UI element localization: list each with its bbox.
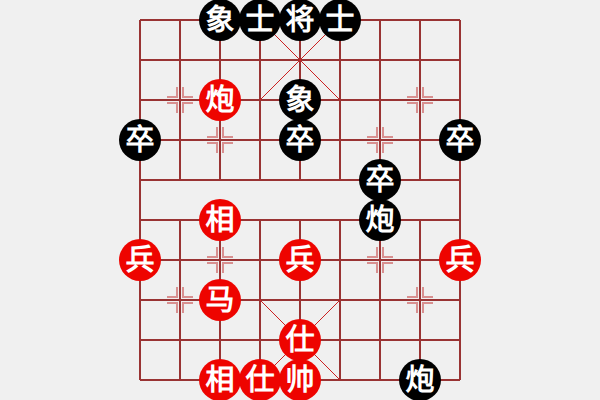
piece-red-advisor[interactable]: 仕 <box>239 359 281 400</box>
piece-red-cannon[interactable]: 炮 <box>199 79 241 121</box>
point-marker-corner <box>407 87 418 98</box>
piece-glyph: 象 <box>205 6 234 35</box>
point-marker-corner <box>207 127 218 138</box>
piece-black-advisor[interactable]: 士 <box>319 0 361 41</box>
piece-glyph: 卒 <box>445 126 474 155</box>
point-marker <box>407 87 433 113</box>
piece-glyph: 将 <box>285 6 314 35</box>
piece-glyph: 相 <box>205 366 234 395</box>
xiangqi-board: 象士将士炮象卒卒卒卒相炮兵兵兵马仕相仕帅炮 <box>140 20 460 380</box>
piece-glyph: 士 <box>325 6 354 35</box>
point-marker <box>207 247 233 273</box>
piece-glyph: 卒 <box>285 126 314 155</box>
piece-red-pawn[interactable]: 兵 <box>279 239 321 281</box>
point-marker-corner <box>407 102 418 113</box>
piece-red-elephant[interactable]: 相 <box>199 359 241 400</box>
piece-glyph: 相 <box>205 206 234 235</box>
piece-glyph: 士 <box>245 6 274 35</box>
point-marker <box>167 287 193 313</box>
page-background: 象士将士炮象卒卒卒卒相炮兵兵兵马仕相仕帅炮 <box>0 0 600 400</box>
point-marker-corner <box>207 262 218 273</box>
point-marker-corner <box>222 247 233 258</box>
piece-black-cannon[interactable]: 炮 <box>359 199 401 241</box>
piece-red-general[interactable]: 帅 <box>279 359 321 400</box>
point-marker-corner <box>407 302 418 313</box>
piece-glyph: 象 <box>285 86 314 115</box>
piece-glyph: 帅 <box>285 366 314 395</box>
point-marker-corner <box>382 142 393 153</box>
piece-red-elephant[interactable]: 相 <box>199 199 241 241</box>
point-marker-corner <box>182 87 193 98</box>
piece-red-pawn[interactable]: 兵 <box>439 239 481 281</box>
piece-black-pawn[interactable]: 卒 <box>279 119 321 161</box>
point-marker-corner <box>207 142 218 153</box>
point-marker-corner <box>222 142 233 153</box>
point-marker-corner <box>422 287 433 298</box>
piece-glyph: 兵 <box>125 246 154 275</box>
piece-glyph: 兵 <box>445 246 474 275</box>
point-marker-corner <box>367 142 378 153</box>
point-marker-corner <box>222 127 233 138</box>
point-marker-corner <box>382 247 393 258</box>
piece-glyph: 炮 <box>205 86 234 115</box>
point-marker-corner <box>382 262 393 273</box>
point-marker <box>407 287 433 313</box>
point-marker-corner <box>182 287 193 298</box>
piece-glyph: 兵 <box>285 246 314 275</box>
piece-glyph: 仕 <box>285 326 314 355</box>
piece-glyph: 仕 <box>245 366 274 395</box>
pieces-layer: 象士将士炮象卒卒卒卒相炮兵兵兵马仕相仕帅炮 <box>140 20 460 380</box>
point-marker <box>367 247 393 273</box>
piece-glyph: 炮 <box>405 366 434 395</box>
piece-red-horse[interactable]: 马 <box>199 279 241 321</box>
point-marker-corner <box>382 127 393 138</box>
piece-black-general[interactable]: 将 <box>279 0 321 41</box>
piece-black-pawn[interactable]: 卒 <box>359 159 401 201</box>
point-marker-corner <box>167 87 178 98</box>
point-marker <box>367 127 393 153</box>
piece-black-cannon[interactable]: 炮 <box>399 359 441 400</box>
point-marker-corner <box>407 287 418 298</box>
piece-glyph: 卒 <box>125 126 154 155</box>
point-marker-corner <box>367 262 378 273</box>
piece-glyph: 炮 <box>365 206 394 235</box>
piece-black-pawn[interactable]: 卒 <box>119 119 161 161</box>
point-marker-corner <box>422 302 433 313</box>
piece-red-pawn[interactable]: 兵 <box>119 239 161 281</box>
point-marker-corner <box>422 87 433 98</box>
point-marker <box>207 127 233 153</box>
piece-black-elephant[interactable]: 象 <box>199 0 241 41</box>
point-marker-corner <box>367 247 378 258</box>
point-marker-corner <box>422 102 433 113</box>
point-marker-corner <box>167 302 178 313</box>
piece-black-pawn[interactable]: 卒 <box>439 119 481 161</box>
point-marker-corner <box>167 102 178 113</box>
point-marker-corner <box>367 127 378 138</box>
point-marker-corner <box>182 302 193 313</box>
piece-black-advisor[interactable]: 士 <box>239 0 281 41</box>
point-marker <box>167 87 193 113</box>
point-marker-corner <box>182 102 193 113</box>
point-marker-corner <box>167 287 178 298</box>
point-marker-corner <box>222 262 233 273</box>
piece-glyph: 卒 <box>365 166 394 195</box>
piece-glyph: 马 <box>205 286 234 315</box>
piece-red-advisor[interactable]: 仕 <box>279 319 321 361</box>
piece-black-elephant[interactable]: 象 <box>279 79 321 121</box>
point-marker-corner <box>207 247 218 258</box>
